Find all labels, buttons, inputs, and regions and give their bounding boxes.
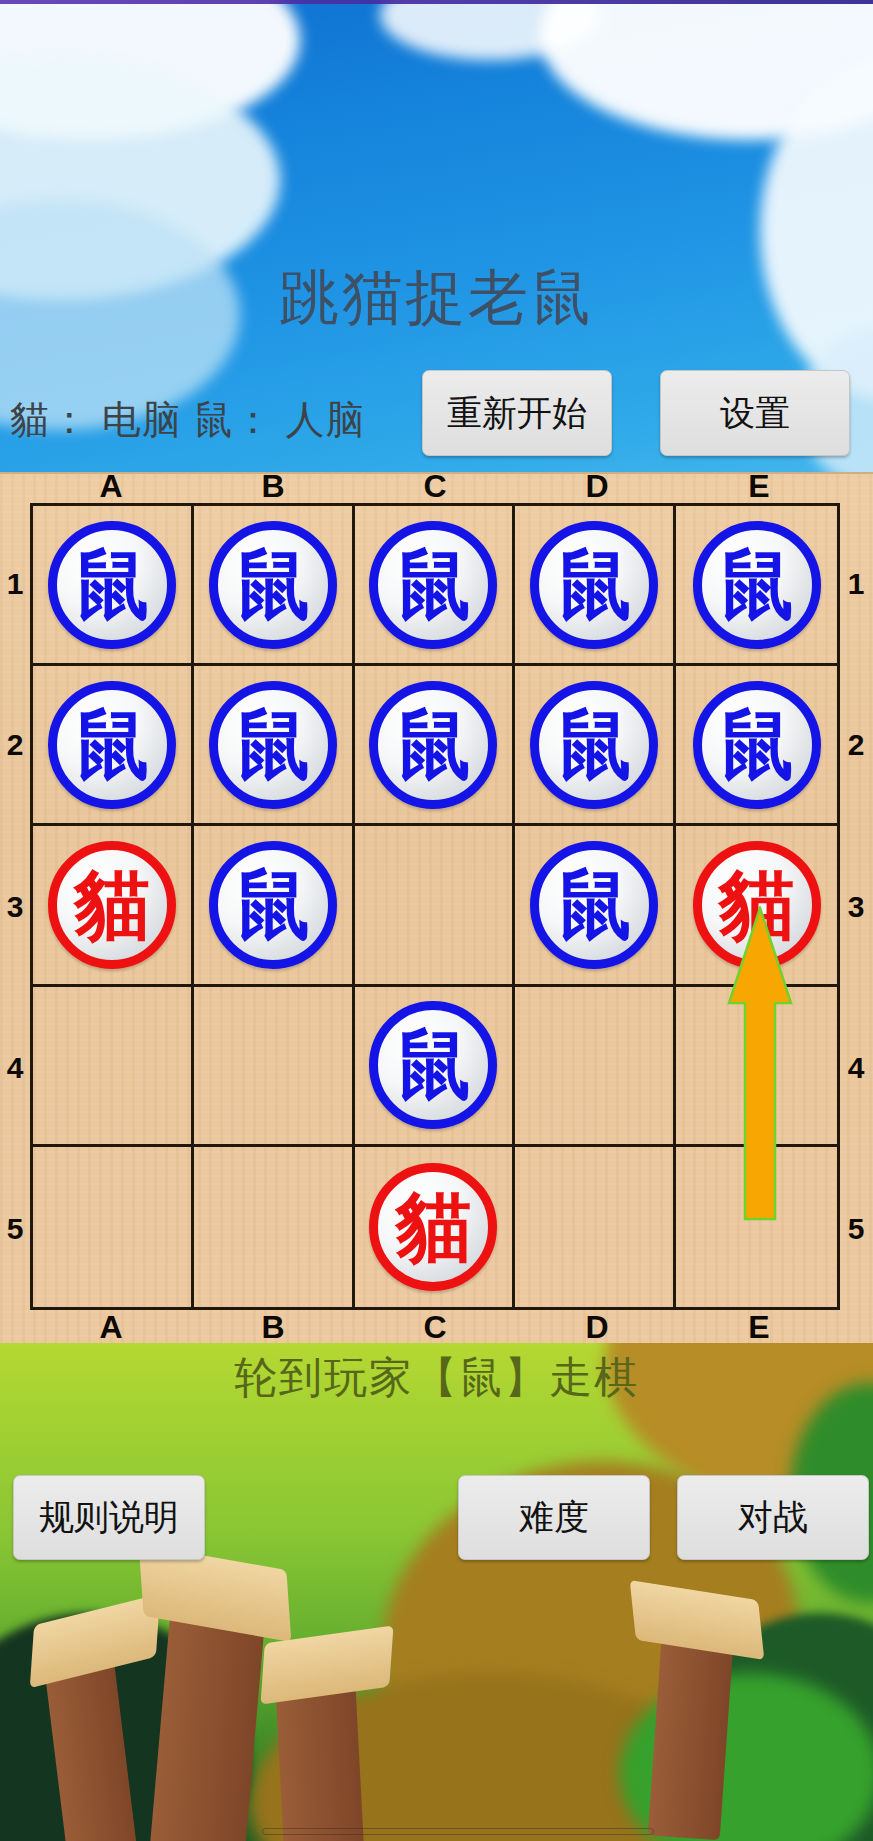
battle-button[interactable]: 对战: [677, 1475, 869, 1560]
cell-B5[interactable]: [194, 1147, 355, 1307]
app-screen: 跳猫捉老鼠 貓： 电脑 鼠： 人脑 重新开始 设置 ABCDE ABCDE 12…: [0, 0, 873, 1841]
move-arrow-shape: [729, 908, 791, 1219]
cell-D5[interactable]: [515, 1147, 676, 1307]
row-label-5: 5: [841, 1149, 871, 1310]
col-label-C: C: [354, 1311, 516, 1343]
cell-B1[interactable]: 鼠: [194, 506, 355, 666]
col-labels-bottom: ABCDE: [30, 1311, 840, 1343]
piece-mouse[interactable]: 鼠: [369, 1001, 497, 1129]
row-label-3: 3: [841, 826, 871, 987]
piece-mouse[interactable]: 鼠: [48, 681, 176, 809]
row-label-1: 1: [841, 503, 871, 664]
cell-A2[interactable]: 鼠: [33, 666, 194, 826]
col-label-B: B: [192, 1311, 354, 1343]
piece-cat[interactable]: 貓: [369, 1163, 497, 1291]
cell-A1[interactable]: 鼠: [33, 506, 194, 666]
rules-button[interactable]: 规则说明: [13, 1475, 205, 1560]
restart-button[interactable]: 重新开始: [422, 370, 612, 456]
piece-mouse[interactable]: 鼠: [530, 681, 658, 809]
row-label-5: 5: [0, 1149, 30, 1310]
col-label-B: B: [192, 470, 354, 502]
cell-B4[interactable]: [194, 987, 355, 1147]
row-label-2: 2: [841, 664, 871, 825]
gesture-bar[interactable]: [262, 1828, 654, 1835]
cell-D3[interactable]: 鼠: [515, 826, 676, 986]
row-label-2: 2: [0, 664, 30, 825]
row-label-4: 4: [841, 987, 871, 1148]
scene-background: [0, 1343, 873, 1841]
col-label-E: E: [678, 1311, 840, 1343]
col-label-D: D: [516, 1311, 678, 1343]
fence-post: [648, 1626, 734, 1841]
cell-D4[interactable]: [515, 987, 676, 1147]
row-label-1: 1: [0, 503, 30, 664]
row-labels-left: 12345: [0, 503, 30, 1310]
piece-mouse[interactable]: 鼠: [693, 521, 821, 649]
game-board-grid: 鼠鼠鼠鼠鼠鼠鼠鼠鼠鼠貓鼠鼠貓鼠貓: [30, 503, 840, 1310]
col-label-C: C: [354, 470, 516, 502]
move-arrow: [727, 906, 793, 1222]
row-label-4: 4: [0, 987, 30, 1148]
cell-A5[interactable]: [33, 1147, 194, 1307]
cell-C5[interactable]: 貓: [355, 1147, 516, 1307]
col-label-E: E: [678, 470, 840, 502]
piece-mouse[interactable]: 鼠: [530, 841, 658, 969]
cell-A4[interactable]: [33, 987, 194, 1147]
piece-mouse[interactable]: 鼠: [48, 521, 176, 649]
status-bar-strip: [0, 0, 873, 4]
page-title: 跳猫捉老鼠: [0, 258, 873, 339]
row-labels-right: 12345: [841, 503, 871, 1310]
piece-mouse[interactable]: 鼠: [530, 521, 658, 649]
col-label-D: D: [516, 470, 678, 502]
settings-button[interactable]: 设置: [660, 370, 850, 456]
piece-mouse[interactable]: 鼠: [209, 681, 337, 809]
cell-D1[interactable]: 鼠: [515, 506, 676, 666]
piece-mouse[interactable]: 鼠: [209, 521, 337, 649]
cell-C1[interactable]: 鼠: [355, 506, 516, 666]
piece-cat[interactable]: 貓: [48, 841, 176, 969]
piece-mouse[interactable]: 鼠: [369, 521, 497, 649]
row-label-3: 3: [0, 826, 30, 987]
cell-A3[interactable]: 貓: [33, 826, 194, 986]
col-labels-top: ABCDE: [30, 470, 840, 502]
piece-mouse[interactable]: 鼠: [209, 841, 337, 969]
cell-D2[interactable]: 鼠: [515, 666, 676, 826]
col-label-A: A: [30, 1311, 192, 1343]
turn-status-text: 轮到玩家【鼠】走棋: [0, 1349, 873, 1407]
piece-mouse[interactable]: 鼠: [369, 681, 497, 809]
cell-E1[interactable]: 鼠: [676, 506, 837, 666]
players-info: 貓： 电脑 鼠： 人脑: [10, 393, 366, 447]
piece-mouse[interactable]: 鼠: [693, 681, 821, 809]
cell-C2[interactable]: 鼠: [355, 666, 516, 826]
cell-E2[interactable]: 鼠: [676, 666, 837, 826]
difficulty-button[interactable]: 难度: [458, 1475, 650, 1560]
cell-B3[interactable]: 鼠: [194, 826, 355, 986]
cell-C3[interactable]: [355, 826, 516, 986]
cell-B2[interactable]: 鼠: [194, 666, 355, 826]
cell-C4[interactable]: 鼠: [355, 987, 516, 1147]
col-label-A: A: [30, 470, 192, 502]
